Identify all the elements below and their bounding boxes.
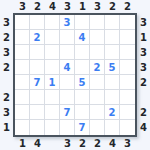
- clue-top-2: 2: [30, 0, 45, 13]
- cell-r1c7[interactable]: [105, 15, 120, 30]
- clue-right-2: 1: [137, 30, 150, 45]
- clue-top-5: 1: [75, 0, 90, 13]
- cell-r2c8[interactable]: [120, 30, 135, 45]
- cell-r4c1[interactable]: [15, 60, 30, 75]
- cell-r4c5[interactable]: [75, 60, 90, 75]
- clue-top-3: 4: [45, 0, 60, 13]
- clue-right-1: 3: [137, 15, 150, 30]
- cell-r2c4[interactable]: [60, 30, 75, 45]
- cell-r7c8[interactable]: [120, 105, 135, 120]
- clue-left-8: 1: [0, 120, 13, 135]
- cell-r3c6[interactable]: [90, 45, 105, 60]
- cell-r7c4[interactable]: 7: [60, 105, 75, 120]
- clues-right: 3133224: [137, 15, 150, 135]
- cell-r8c4[interactable]: [60, 120, 75, 135]
- cell-r1c4[interactable]: 3: [60, 15, 75, 30]
- clue-left-6: 2: [0, 90, 13, 105]
- cell-r1c2[interactable]: [30, 15, 45, 30]
- cell-r3c8[interactable]: [120, 45, 135, 60]
- cell-r4c8[interactable]: [120, 60, 135, 75]
- clue-bottom-7: 4: [105, 137, 120, 150]
- cell-r1c5[interactable]: [75, 15, 90, 30]
- cell-r5c2[interactable]: 7: [30, 75, 45, 90]
- clue-left-2: 2: [0, 30, 13, 45]
- cell-r7c6[interactable]: [90, 105, 105, 120]
- cell-r7c7[interactable]: 2: [105, 105, 120, 120]
- cell-r5c4[interactable]: [60, 75, 75, 90]
- clue-bottom-1: 1: [15, 137, 30, 150]
- cell-r4c2[interactable]: [30, 60, 45, 75]
- cell-r6c2[interactable]: [30, 90, 45, 105]
- clues-top: 32431322: [15, 0, 135, 13]
- clue-left-3: 3: [0, 45, 13, 60]
- clue-bottom-5: 2: [75, 137, 90, 150]
- cell-r4c6[interactable]: 2: [90, 60, 105, 75]
- cell-r8c7[interactable]: [105, 120, 120, 135]
- clue-right-3: 3: [137, 45, 150, 60]
- cell-r1c6[interactable]: [90, 15, 105, 30]
- skyscrapers-puzzle: 32431322 3232231 3133224 1432243 3244257…: [0, 0, 150, 150]
- clue-right-7: 2: [137, 105, 150, 120]
- cell-r6c6[interactable]: [90, 90, 105, 105]
- clue-left-1: 3: [0, 15, 13, 30]
- clue-top-7: 2: [105, 0, 120, 13]
- cell-r5c3[interactable]: 1: [45, 75, 60, 90]
- clue-right-8: 4: [137, 120, 150, 135]
- clue-bottom-2: 4: [30, 137, 45, 150]
- cell-r1c3[interactable]: [45, 15, 60, 30]
- cell-r5c1[interactable]: [15, 75, 30, 90]
- clue-top-8: 2: [120, 0, 135, 13]
- cell-r3c1[interactable]: [15, 45, 30, 60]
- cell-r8c1[interactable]: [15, 120, 30, 135]
- cell-r5c6[interactable]: [90, 75, 105, 90]
- cell-r4c3[interactable]: [45, 60, 60, 75]
- cell-r1c1[interactable]: [15, 15, 30, 30]
- cell-r3c3[interactable]: [45, 45, 60, 60]
- clue-left-7: 3: [0, 105, 13, 120]
- cell-r2c1[interactable]: [15, 30, 30, 45]
- cell-r6c3[interactable]: [45, 90, 60, 105]
- clue-bottom-3: [45, 137, 60, 150]
- cell-r3c7[interactable]: [105, 45, 120, 60]
- clue-right-6: [137, 90, 150, 105]
- clue-left-4: 2: [0, 60, 13, 75]
- cell-r5c8[interactable]: [120, 75, 135, 90]
- cell-r6c7[interactable]: [105, 90, 120, 105]
- board: 324425715727: [13, 13, 137, 137]
- clue-top-4: 3: [60, 0, 75, 13]
- cell-r7c1[interactable]: [15, 105, 30, 120]
- cell-r8c8[interactable]: [120, 120, 135, 135]
- cell-r5c7[interactable]: [105, 75, 120, 90]
- cell-r6c8[interactable]: [120, 90, 135, 105]
- clue-top-1: 3: [15, 0, 30, 13]
- cell-r5c5[interactable]: 5: [75, 75, 90, 90]
- clue-left-5: [0, 75, 13, 90]
- cell-r8c2[interactable]: [30, 120, 45, 135]
- cell-r2c6[interactable]: [90, 30, 105, 45]
- clue-bottom-8: 3: [120, 137, 135, 150]
- cell-r3c2[interactable]: [30, 45, 45, 60]
- cell-r8c3[interactable]: [45, 120, 60, 135]
- cell-r2c7[interactable]: [105, 30, 120, 45]
- cell-r1c8[interactable]: [120, 15, 135, 30]
- cell-r2c5[interactable]: 4: [75, 30, 90, 45]
- cell-r6c4[interactable]: [60, 90, 75, 105]
- clue-right-5: 2: [137, 75, 150, 90]
- cell-r7c5[interactable]: [75, 105, 90, 120]
- cell-r4c4[interactable]: 4: [60, 60, 75, 75]
- clue-bottom-4: 3: [60, 137, 75, 150]
- cell-r3c5[interactable]: [75, 45, 90, 60]
- cell-r8c6[interactable]: [90, 120, 105, 135]
- cell-r2c2[interactable]: 2: [30, 30, 45, 45]
- cell-r2c3[interactable]: [45, 30, 60, 45]
- cell-r3c4[interactable]: [60, 45, 75, 60]
- cell-r6c5[interactable]: [75, 90, 90, 105]
- clue-bottom-6: 2: [90, 137, 105, 150]
- clue-right-4: 3: [137, 60, 150, 75]
- cell-r8c5[interactable]: 7: [75, 120, 90, 135]
- clues-bottom: 1432243: [15, 137, 135, 150]
- cell-r4c7[interactable]: 5: [105, 60, 120, 75]
- cell-r7c2[interactable]: [30, 105, 45, 120]
- cell-r6c1[interactable]: [15, 90, 30, 105]
- clues-left: 3232231: [0, 15, 13, 135]
- cell-r7c3[interactable]: [45, 105, 60, 120]
- clue-top-6: 3: [90, 0, 105, 13]
